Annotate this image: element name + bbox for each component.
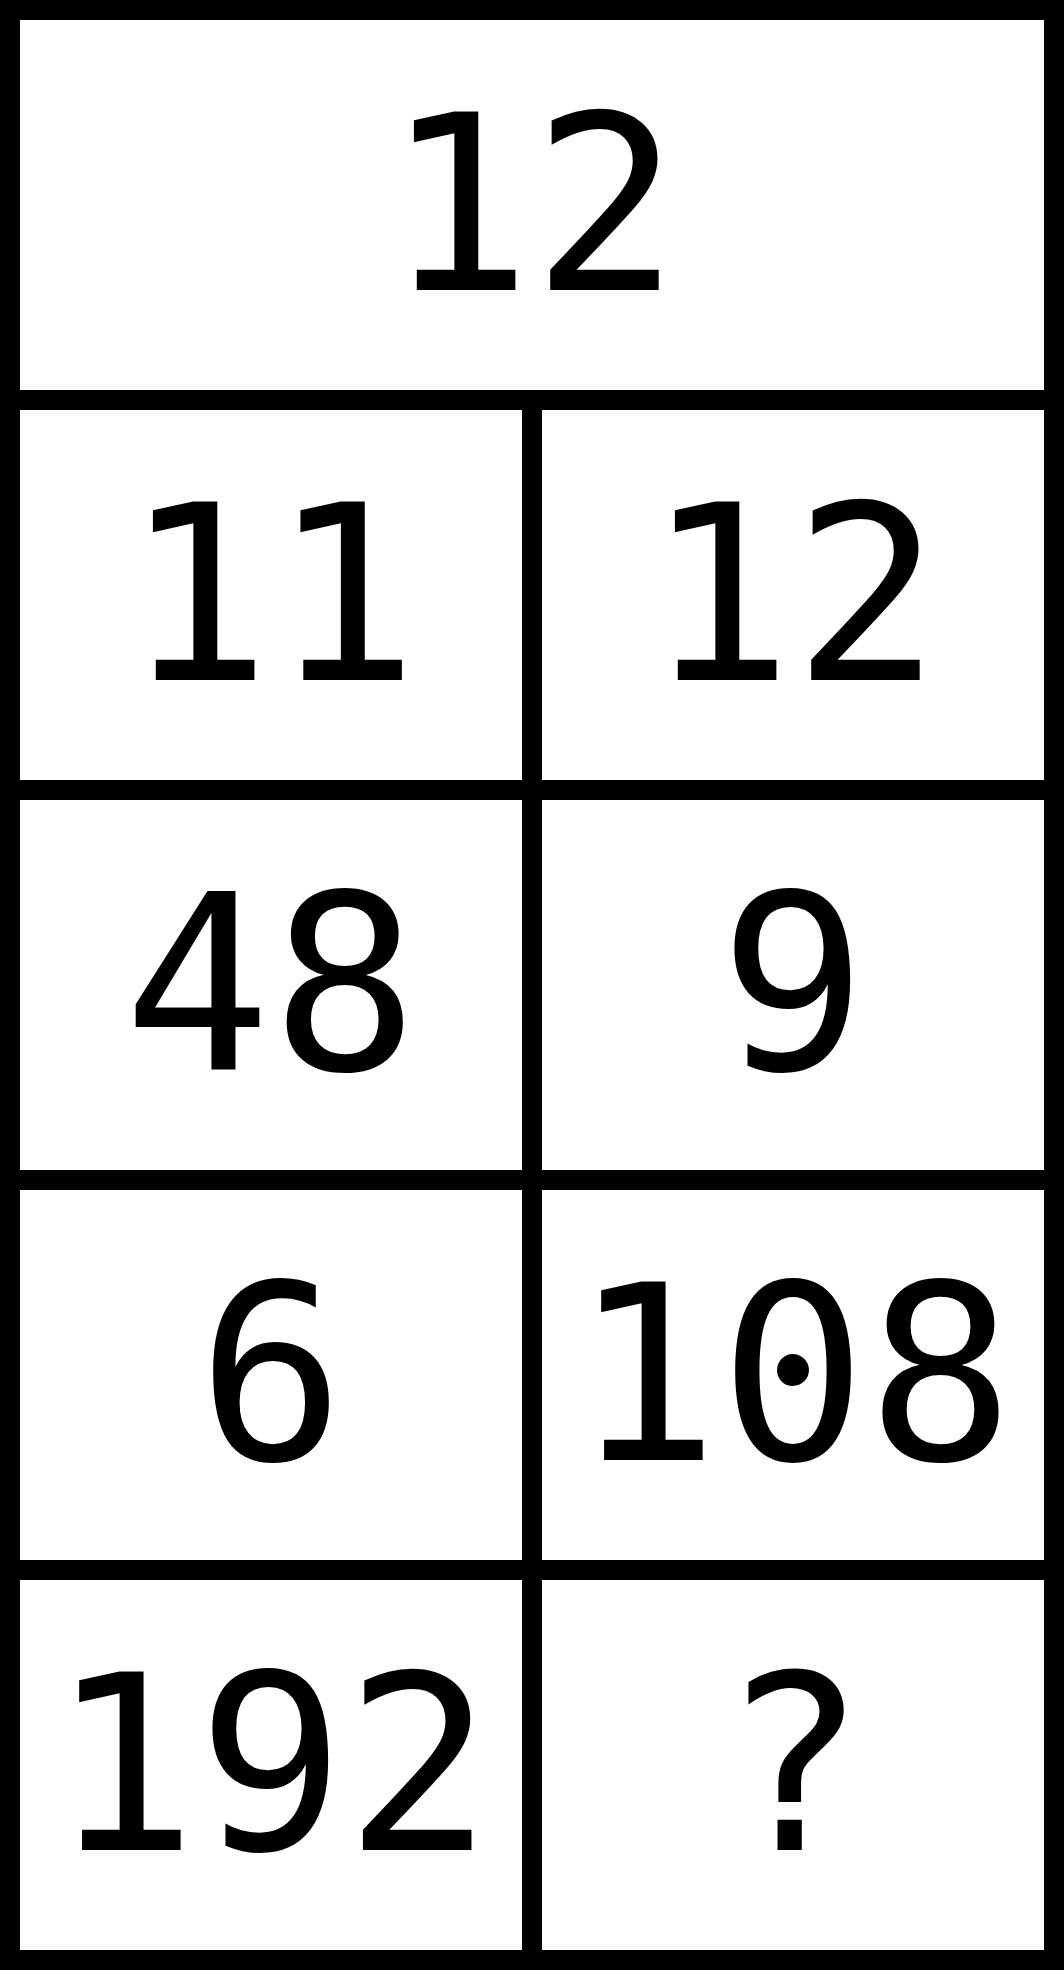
puzzle-grid: 12 11 12 48 9 6 108 192 ? (0, 0, 1064, 1970)
puzzle-cell-r4c1: 6 (20, 1190, 522, 1560)
puzzle-cell-r4c2: 108 (542, 1190, 1044, 1560)
puzzle-cell-r1-merged: 12 (20, 20, 1044, 390)
puzzle-cell-r2c2: 12 (542, 410, 1044, 780)
puzzle-cell-r5c1: 192 (20, 1580, 522, 1950)
puzzle-cell-r5c2-unknown: ? (542, 1580, 1044, 1950)
puzzle-cell-r3c1: 48 (20, 800, 522, 1170)
puzzle-cell-r3c2: 9 (542, 800, 1044, 1170)
puzzle-cell-r2c1: 11 (20, 410, 522, 780)
